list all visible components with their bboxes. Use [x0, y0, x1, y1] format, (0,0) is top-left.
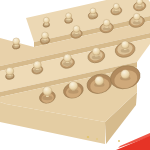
knob-ball — [137, 0, 143, 5]
knob-ball — [133, 13, 140, 20]
knob-ball — [95, 76, 104, 85]
knob-ball — [92, 48, 100, 56]
knob-ball — [42, 32, 49, 39]
cylinder-block-scene — [0, 0, 150, 150]
product-photo-montessori-cylinder-block — [0, 0, 150, 150]
knob-ball — [69, 81, 78, 90]
knob-ball — [64, 54, 72, 62]
knob-ball — [43, 17, 49, 23]
knob-ball — [113, 3, 119, 9]
knob-ball — [13, 38, 20, 45]
knob-ball — [121, 41, 129, 49]
knob-ball — [33, 61, 41, 69]
paint-speck-1 — [87, 136, 89, 138]
paint-speck-3 — [118, 140, 120, 142]
knob-ball — [121, 70, 130, 79]
knob-ball — [6, 67, 14, 75]
knob-ball — [90, 8, 96, 14]
knob-ball — [103, 19, 110, 26]
knob-ball — [43, 87, 52, 96]
knob-ball — [73, 26, 80, 33]
knob-ball — [66, 13, 72, 19]
paint-speck-2 — [96, 138, 97, 139]
